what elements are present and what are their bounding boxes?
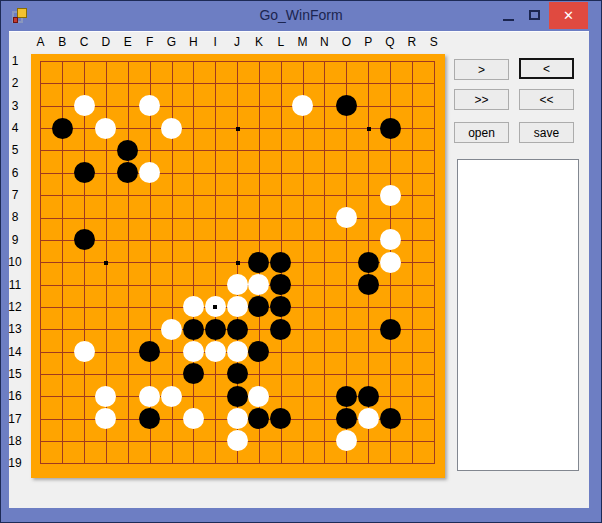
column-label-R: R	[402, 35, 422, 49]
stone-white-M3	[292, 95, 313, 116]
stone-black-E6	[117, 162, 138, 183]
stone-white-F3	[139, 95, 160, 116]
stone-black-K14	[248, 341, 269, 362]
stone-white-I14	[205, 341, 226, 362]
stone-black-J13	[227, 319, 248, 340]
stone-black-Q13	[380, 319, 401, 340]
column-label-Q: Q	[380, 35, 400, 49]
stone-black-L12	[270, 296, 291, 317]
rewind-button[interactable]: <<	[519, 89, 574, 110]
row-label-3: 3	[3, 99, 27, 113]
stone-white-C14	[74, 341, 95, 362]
row-label-14: 14	[3, 345, 27, 359]
grid-line-vertical	[434, 61, 435, 464]
row-label-19: 19	[3, 456, 27, 470]
row-label-4: 4	[3, 121, 27, 135]
column-label-N: N	[314, 35, 334, 49]
grid-line-vertical	[324, 61, 325, 464]
stone-white-D17	[95, 408, 116, 429]
stone-black-L17	[270, 408, 291, 429]
stone-black-K12	[248, 296, 269, 317]
row-label-1: 1	[3, 54, 27, 68]
stone-white-F16	[139, 386, 160, 407]
stone-black-H15	[183, 363, 204, 384]
maximize-icon	[529, 10, 540, 20]
stone-white-J14	[227, 341, 248, 362]
column-label-J: J	[227, 35, 247, 49]
row-label-18: 18	[3, 434, 27, 448]
stone-white-J17	[227, 408, 248, 429]
stone-black-L10	[270, 252, 291, 273]
stone-black-Q4	[380, 118, 401, 139]
column-label-I: I	[205, 35, 225, 49]
stone-black-L11	[270, 274, 291, 295]
star-point	[367, 127, 371, 131]
stone-white-H17	[183, 408, 204, 429]
stone-black-H13	[183, 319, 204, 340]
column-label-M: M	[293, 35, 313, 49]
column-label-P: P	[358, 35, 378, 49]
column-label-S: S	[424, 35, 444, 49]
row-label-12: 12	[3, 300, 27, 314]
grid-line-horizontal	[40, 463, 434, 464]
stone-black-K17	[248, 408, 269, 429]
stone-black-J15	[227, 363, 248, 384]
stone-white-J12	[227, 296, 248, 317]
stone-white-J18	[227, 430, 248, 451]
close-icon: ✕	[563, 8, 574, 23]
stone-white-H14	[183, 341, 204, 362]
maximize-button[interactable]	[522, 1, 548, 29]
stone-white-P17	[358, 408, 379, 429]
stone-black-O17	[336, 408, 357, 429]
column-label-L: L	[271, 35, 291, 49]
stone-black-F17	[139, 408, 160, 429]
stone-black-K10	[248, 252, 269, 273]
title-bar[interactable]: Go_WinForm ✕	[1, 1, 601, 30]
stone-white-K11	[248, 274, 269, 295]
fast-forward-button[interactable]: >>	[454, 89, 509, 110]
stone-black-I13	[205, 319, 226, 340]
stone-black-O3	[336, 95, 357, 116]
minimize-icon	[503, 19, 514, 21]
row-label-7: 7	[3, 188, 27, 202]
star-point	[104, 261, 108, 265]
column-label-G: G	[162, 35, 182, 49]
prev-move-button[interactable]: <	[519, 58, 574, 79]
star-point	[236, 127, 240, 131]
stone-black-L13	[270, 319, 291, 340]
save-button[interactable]: save	[519, 122, 574, 143]
column-label-D: D	[96, 35, 116, 49]
stone-black-C9	[74, 229, 95, 250]
stone-white-H12	[183, 296, 204, 317]
close-button[interactable]: ✕	[549, 2, 588, 29]
open-button[interactable]: open	[454, 122, 509, 143]
stone-white-G16	[161, 386, 182, 407]
star-point	[236, 261, 240, 265]
stone-white-D4	[95, 118, 116, 139]
stone-white-Q7	[380, 185, 401, 206]
stone-black-J16	[227, 386, 248, 407]
row-label-9: 9	[3, 233, 27, 247]
app-window: Go_WinForm ✕ ABCDEFGHIJKLMNOPQRS 1234567…	[0, 0, 602, 523]
stone-black-P16	[358, 386, 379, 407]
stone-white-G4	[161, 118, 182, 139]
column-label-E: E	[118, 35, 138, 49]
row-label-13: 13	[3, 322, 27, 336]
column-label-C: C	[74, 35, 94, 49]
stone-white-J11	[227, 274, 248, 295]
stone-black-P11	[358, 274, 379, 295]
stone-black-E5	[117, 140, 138, 161]
stone-black-B4	[52, 118, 73, 139]
stone-white-O8	[336, 207, 357, 228]
stone-white-D16	[95, 386, 116, 407]
grid-line-vertical	[412, 61, 413, 464]
column-label-B: B	[52, 35, 72, 49]
stone-white-C3	[74, 95, 95, 116]
stone-white-K16	[248, 386, 269, 407]
row-label-5: 5	[3, 143, 27, 157]
column-label-O: O	[336, 35, 356, 49]
column-label-H: H	[183, 35, 203, 49]
row-label-11: 11	[3, 278, 27, 292]
row-label-17: 17	[3, 412, 27, 426]
stone-black-P10	[358, 252, 379, 273]
column-label-F: F	[140, 35, 160, 49]
stone-white-G13	[161, 319, 182, 340]
minimize-button[interactable]	[495, 1, 521, 29]
stone-white-Q10	[380, 252, 401, 273]
row-label-15: 15	[3, 367, 27, 381]
row-label-2: 2	[3, 76, 27, 90]
row-label-10: 10	[3, 255, 27, 269]
stone-white-F6	[139, 162, 160, 183]
stone-black-F14	[139, 341, 160, 362]
row-label-8: 8	[3, 210, 27, 224]
stone-black-O16	[336, 386, 357, 407]
stone-white-Q9	[380, 229, 401, 250]
stone-black-Q17	[380, 408, 401, 429]
last-move-marker	[213, 305, 217, 309]
column-label-K: K	[249, 35, 269, 49]
next-move-button[interactable]: >	[454, 59, 509, 80]
row-label-6: 6	[3, 166, 27, 180]
grid-line-vertical	[303, 61, 304, 464]
column-label-A: A	[30, 35, 50, 49]
stone-white-O18	[336, 430, 357, 451]
moves-listbox[interactable]	[457, 159, 579, 471]
go-board[interactable]	[31, 54, 445, 478]
row-label-16: 16	[3, 389, 27, 403]
stone-black-C6	[74, 162, 95, 183]
